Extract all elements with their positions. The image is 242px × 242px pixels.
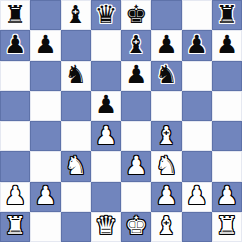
piece-black-pawn[interactable]: ♟ xyxy=(155,32,177,57)
square-e1[interactable]: ♚ xyxy=(121,212,151,242)
piece-white-rook[interactable]: ♜ xyxy=(4,213,26,238)
square-h6[interactable] xyxy=(212,61,242,91)
square-g2[interactable]: ♟ xyxy=(182,182,212,212)
square-g8[interactable] xyxy=(182,0,212,30)
square-d6[interactable] xyxy=(91,61,121,91)
square-a8[interactable]: ♜ xyxy=(0,0,30,30)
square-b2[interactable]: ♟ xyxy=(30,182,60,212)
square-d7[interactable] xyxy=(91,30,121,60)
square-c5[interactable] xyxy=(61,91,91,121)
piece-black-king[interactable]: ♚ xyxy=(125,2,147,27)
piece-black-queen[interactable]: ♛ xyxy=(95,2,117,27)
piece-white-knight[interactable]: ♞ xyxy=(64,153,86,178)
piece-white-bishop[interactable]: ♝ xyxy=(155,213,177,238)
square-h4[interactable] xyxy=(212,121,242,151)
square-b7[interactable]: ♟ xyxy=(30,30,60,60)
square-a7[interactable]: ♟ xyxy=(0,30,30,60)
piece-white-bishop[interactable]: ♝ xyxy=(155,123,177,148)
square-c2[interactable] xyxy=(61,182,91,212)
square-g1[interactable] xyxy=(182,212,212,242)
square-d5[interactable]: ♟ xyxy=(91,91,121,121)
piece-white-pawn[interactable]: ♟ xyxy=(34,183,56,208)
piece-white-knight[interactable]: ♞ xyxy=(155,153,177,178)
square-c8[interactable]: ♝ xyxy=(61,0,91,30)
square-c6[interactable]: ♞ xyxy=(61,61,91,91)
piece-black-bishop[interactable]: ♝ xyxy=(125,32,147,57)
square-e7[interactable]: ♝ xyxy=(121,30,151,60)
square-d3[interactable] xyxy=(91,151,121,181)
piece-white-pawn[interactable]: ♟ xyxy=(4,183,26,208)
square-c4[interactable] xyxy=(61,121,91,151)
square-h5[interactable] xyxy=(212,91,242,121)
piece-white-rook[interactable]: ♜ xyxy=(216,213,238,238)
square-d8[interactable]: ♛ xyxy=(91,0,121,30)
square-a2[interactable]: ♟ xyxy=(0,182,30,212)
piece-white-pawn[interactable]: ♟ xyxy=(125,153,147,178)
piece-white-pawn[interactable]: ♟ xyxy=(155,183,177,208)
piece-black-pawn[interactable]: ♟ xyxy=(4,32,26,57)
piece-black-pawn[interactable]: ♟ xyxy=(125,62,147,87)
chess-board: ♜♝♛♚♜♟♟♝♟♟♟♞♟♞♟♟♝♞♟♞♟♟♟♟♟♜♛♚♝♜ xyxy=(0,0,242,242)
square-e3[interactable]: ♟ xyxy=(121,151,151,181)
square-h3[interactable] xyxy=(212,151,242,181)
square-a5[interactable] xyxy=(0,91,30,121)
square-g7[interactable]: ♟ xyxy=(182,30,212,60)
piece-black-rook[interactable]: ♜ xyxy=(216,2,238,27)
piece-white-pawn[interactable]: ♟ xyxy=(185,183,207,208)
square-g4[interactable] xyxy=(182,121,212,151)
square-b6[interactable] xyxy=(30,61,60,91)
square-h1[interactable]: ♜ xyxy=(212,212,242,242)
square-e6[interactable]: ♟ xyxy=(121,61,151,91)
square-d1[interactable]: ♛ xyxy=(91,212,121,242)
square-b1[interactable] xyxy=(30,212,60,242)
piece-black-rook[interactable]: ♜ xyxy=(4,2,26,27)
square-d2[interactable] xyxy=(91,182,121,212)
square-b5[interactable] xyxy=(30,91,60,121)
piece-black-pawn[interactable]: ♟ xyxy=(95,92,117,117)
square-a4[interactable] xyxy=(0,121,30,151)
piece-black-pawn[interactable]: ♟ xyxy=(34,32,56,57)
square-h2[interactable]: ♟ xyxy=(212,182,242,212)
square-f3[interactable]: ♞ xyxy=(151,151,181,181)
square-b8[interactable] xyxy=(30,0,60,30)
square-d4[interactable]: ♟ xyxy=(91,121,121,151)
square-e4[interactable] xyxy=(121,121,151,151)
piece-white-queen[interactable]: ♛ xyxy=(95,213,117,238)
piece-white-king[interactable]: ♚ xyxy=(125,213,147,238)
square-f4[interactable]: ♝ xyxy=(151,121,181,151)
square-a3[interactable] xyxy=(0,151,30,181)
square-g5[interactable] xyxy=(182,91,212,121)
square-e5[interactable] xyxy=(121,91,151,121)
square-f2[interactable]: ♟ xyxy=(151,182,181,212)
square-g3[interactable] xyxy=(182,151,212,181)
square-f6[interactable]: ♞ xyxy=(151,61,181,91)
square-h8[interactable]: ♜ xyxy=(212,0,242,30)
piece-white-pawn[interactable]: ♟ xyxy=(95,123,117,148)
piece-white-pawn[interactable]: ♟ xyxy=(216,183,238,208)
square-f5[interactable] xyxy=(151,91,181,121)
square-c3[interactable]: ♞ xyxy=(61,151,91,181)
piece-black-knight[interactable]: ♞ xyxy=(155,62,177,87)
square-f1[interactable]: ♝ xyxy=(151,212,181,242)
square-e8[interactable]: ♚ xyxy=(121,0,151,30)
square-c1[interactable] xyxy=(61,212,91,242)
square-a1[interactable]: ♜ xyxy=(0,212,30,242)
square-g6[interactable] xyxy=(182,61,212,91)
piece-black-pawn[interactable]: ♟ xyxy=(216,32,238,57)
square-f8[interactable] xyxy=(151,0,181,30)
square-b3[interactable] xyxy=(30,151,60,181)
piece-black-pawn[interactable]: ♟ xyxy=(185,32,207,57)
piece-black-knight[interactable]: ♞ xyxy=(64,62,86,87)
square-a6[interactable] xyxy=(0,61,30,91)
square-b4[interactable] xyxy=(30,121,60,151)
square-c7[interactable] xyxy=(61,30,91,60)
piece-black-bishop[interactable]: ♝ xyxy=(64,2,86,27)
square-e2[interactable] xyxy=(121,182,151,212)
square-f7[interactable]: ♟ xyxy=(151,30,181,60)
square-h7[interactable]: ♟ xyxy=(212,30,242,60)
